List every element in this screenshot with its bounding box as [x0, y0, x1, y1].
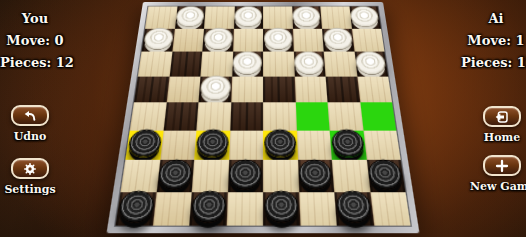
- square-r3c8[interactable]: [354, 52, 388, 77]
- checker-white[interactable]: [176, 6, 205, 27]
- player-name: You: [0, 8, 70, 30]
- gear-icon: [22, 161, 38, 177]
- square-r5c3: [196, 102, 230, 130]
- square-r5c7: [328, 102, 363, 130]
- undo-group: Udno: [2, 105, 58, 143]
- board-grid: [115, 6, 410, 225]
- square-r1c1: [145, 6, 177, 28]
- square-r4c8: [357, 76, 392, 102]
- square-r5c2[interactable]: [163, 102, 198, 130]
- pieces-count: Pieces: 12: [461, 52, 526, 74]
- player-stats-ai: Ai Move: 1 Pieces: 12: [461, 8, 526, 74]
- checker-white[interactable]: [294, 51, 324, 74]
- checker-white[interactable]: [323, 28, 353, 50]
- player-name: Ai: [461, 8, 526, 30]
- square-r7c2[interactable]: [156, 160, 194, 192]
- checker-black[interactable]: [158, 159, 194, 189]
- home-group: Home: [474, 106, 526, 144]
- new-game-button[interactable]: [483, 155, 521, 176]
- square-r1c3: [204, 6, 234, 28]
- square-r2c5[interactable]: [263, 28, 293, 51]
- checker-black[interactable]: [264, 130, 296, 158]
- checker-white[interactable]: [233, 51, 262, 74]
- square-r4c1[interactable]: [134, 76, 169, 102]
- square-r3c6[interactable]: [293, 52, 325, 77]
- checker-black[interactable]: [229, 159, 262, 189]
- square-r6c1[interactable]: [125, 130, 163, 160]
- square-r8c2: [152, 192, 191, 226]
- square-r4c4: [231, 76, 263, 102]
- square-r8c8: [370, 192, 411, 226]
- square-r8c3[interactable]: [189, 192, 227, 226]
- home-button[interactable]: [483, 106, 521, 127]
- square-r3c2[interactable]: [169, 52, 202, 77]
- square-r3c5: [263, 52, 294, 77]
- home-label: Home: [474, 131, 526, 144]
- square-r3c3: [200, 52, 232, 77]
- undo-button[interactable]: [11, 105, 49, 126]
- checker-white[interactable]: [355, 51, 387, 74]
- square-r8c1[interactable]: [115, 192, 156, 226]
- square-r2c4: [233, 28, 263, 51]
- move-count: Move: 1: [461, 30, 526, 52]
- square-r1c8[interactable]: [349, 6, 381, 28]
- square-r6c4: [229, 130, 263, 160]
- square-r8c7[interactable]: [334, 192, 373, 226]
- checker-black[interactable]: [367, 159, 404, 189]
- checkers-board: [107, 2, 420, 233]
- square-r3c4[interactable]: [232, 52, 263, 77]
- square-r5c6[interactable]: [295, 102, 329, 130]
- square-r1c6[interactable]: [292, 6, 322, 28]
- settings-label: Settings: [2, 183, 58, 196]
- checker-black[interactable]: [117, 191, 155, 223]
- square-r7c1: [121, 160, 160, 192]
- undo-label: Udno: [2, 130, 58, 143]
- checker-white[interactable]: [350, 6, 380, 27]
- move-count: Move: 0: [0, 30, 70, 52]
- square-r1c7: [320, 6, 351, 28]
- checker-white[interactable]: [234, 6, 262, 27]
- square-r2c3[interactable]: [202, 28, 233, 51]
- square-r4c3[interactable]: [198, 76, 231, 102]
- checker-white[interactable]: [264, 28, 292, 50]
- square-r2c7[interactable]: [322, 28, 354, 51]
- new-game-group: New Game: [470, 155, 526, 193]
- checker-black[interactable]: [195, 130, 228, 158]
- checker-black[interactable]: [331, 130, 365, 158]
- checker-black[interactable]: [298, 159, 333, 189]
- square-r3c7: [324, 52, 357, 77]
- square-r4c2: [166, 76, 200, 102]
- pieces-count: Pieces: 12: [0, 52, 70, 74]
- square-r7c7: [332, 160, 370, 192]
- square-r6c5[interactable]: [263, 130, 297, 160]
- checker-black[interactable]: [264, 191, 299, 223]
- settings-group: Settings: [2, 158, 58, 196]
- checker-black[interactable]: [335, 191, 372, 223]
- square-r1c4[interactable]: [234, 6, 263, 28]
- square-r7c4[interactable]: [227, 160, 263, 192]
- square-r2c2: [172, 28, 204, 51]
- checker-black[interactable]: [191, 191, 227, 223]
- player-stats-you: You Move: 0 Pieces: 12: [0, 8, 70, 74]
- square-r6c3[interactable]: [194, 130, 230, 160]
- undo-arrow-icon: [22, 108, 38, 124]
- checker-white[interactable]: [293, 6, 321, 27]
- new-game-label: New Game: [470, 180, 526, 193]
- plus-icon: [494, 158, 510, 174]
- square-r8c4: [226, 192, 263, 226]
- square-r6c2: [160, 130, 197, 160]
- square-r1c2[interactable]: [175, 6, 206, 28]
- square-r5c4[interactable]: [230, 102, 263, 130]
- square-r4c6: [294, 76, 327, 102]
- settings-button[interactable]: [11, 158, 49, 179]
- square-r3c1: [138, 52, 172, 77]
- square-r6c6: [296, 130, 332, 160]
- checker-black[interactable]: [127, 130, 162, 158]
- checker-white[interactable]: [203, 28, 232, 50]
- square-r5c1: [130, 102, 166, 130]
- square-r8c6: [299, 192, 337, 226]
- square-r7c6[interactable]: [297, 160, 334, 192]
- square-r6c7[interactable]: [330, 130, 367, 160]
- square-r2c8: [351, 28, 384, 51]
- square-r7c8[interactable]: [366, 160, 405, 192]
- square-r1c5: [263, 6, 292, 28]
- square-r6c8: [363, 130, 401, 160]
- square-r7c3: [192, 160, 229, 192]
- exit-door-icon: [494, 109, 510, 125]
- square-r4c5[interactable]: [263, 76, 295, 102]
- square-r2c1[interactable]: [142, 28, 175, 51]
- square-r5c5: [263, 102, 296, 130]
- square-r4c7[interactable]: [326, 76, 360, 102]
- game-screen: You Move: 0 Pieces: 12 Udno: [0, 0, 526, 237]
- square-r2c6: [292, 28, 323, 51]
- square-r5c8[interactable]: [360, 102, 396, 130]
- square-r7c5: [263, 160, 299, 192]
- square-r8c5[interactable]: [263, 192, 300, 226]
- checker-white[interactable]: [143, 28, 174, 50]
- checker-white[interactable]: [200, 76, 231, 100]
